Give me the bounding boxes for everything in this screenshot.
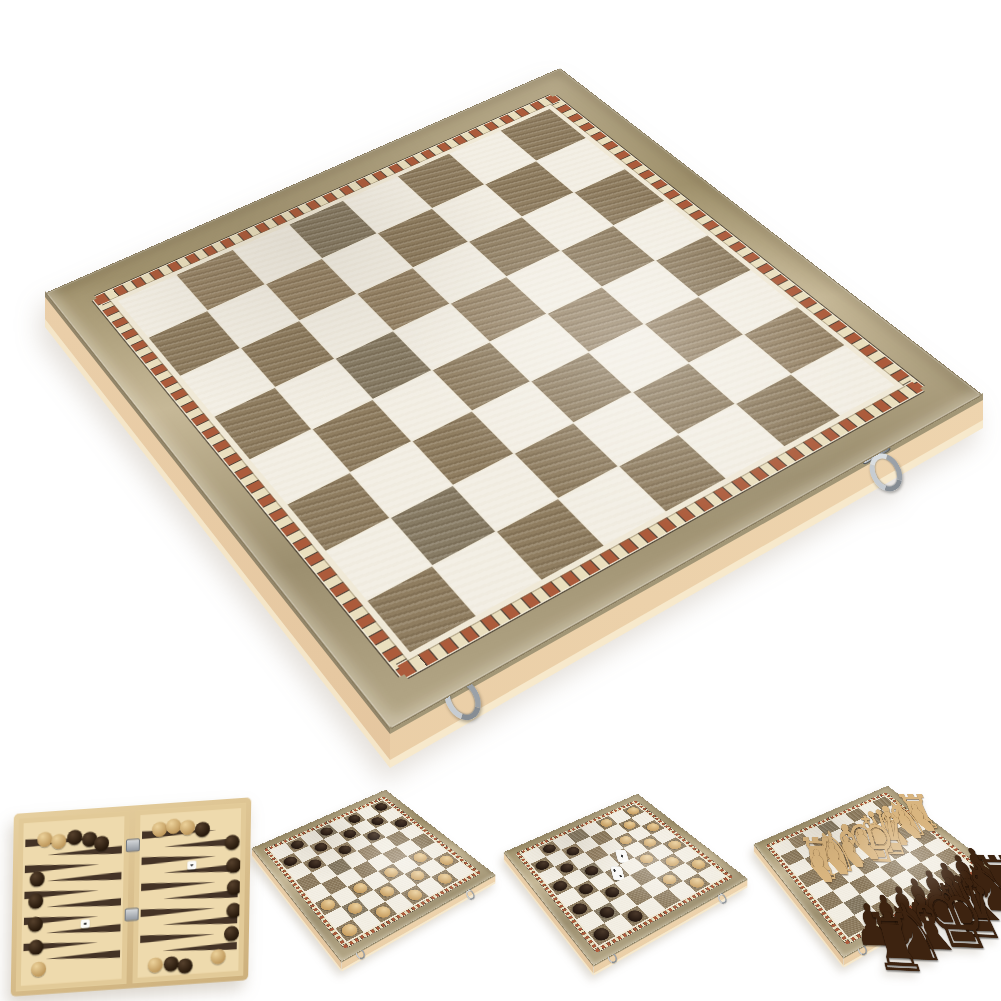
clasp-ring bbox=[606, 951, 619, 965]
square-c5 bbox=[850, 831, 874, 847]
square-b7 bbox=[485, 162, 573, 217]
square-e8 bbox=[662, 837, 687, 853]
backgammon-checker-dark bbox=[226, 902, 241, 918]
square-g2 bbox=[594, 902, 621, 923]
board-left-side-edge bbox=[742, 768, 1001, 1001]
chess-white-p: ♟ bbox=[858, 820, 901, 857]
board-left-side-edge bbox=[492, 776, 752, 1001]
square-g3: ♟ bbox=[860, 886, 887, 906]
board-left-side-edge bbox=[742, 768, 1001, 1001]
square-g3 bbox=[358, 890, 385, 910]
light-reflection bbox=[754, 786, 998, 958]
checker-dark bbox=[312, 841, 329, 853]
clasp-ring bbox=[464, 888, 476, 901]
square-b4 bbox=[323, 234, 412, 294]
square-h5 bbox=[620, 435, 725, 511]
square-d1 bbox=[296, 873, 321, 891]
square-g7 bbox=[419, 859, 445, 877]
square-c3 bbox=[318, 849, 342, 866]
square-a6: ♝ bbox=[845, 808, 867, 822]
square-d8 bbox=[902, 820, 926, 835]
square-g4 bbox=[374, 882, 401, 901]
square-f4 bbox=[473, 381, 573, 452]
square-h7: ♞ bbox=[933, 865, 960, 884]
chess-white-b: ♝ bbox=[824, 821, 877, 870]
square-a1: ♜ bbox=[773, 840, 796, 856]
chess-white-p: ♟ bbox=[815, 840, 855, 880]
square-c2 bbox=[805, 852, 829, 869]
checker-dark bbox=[289, 839, 306, 851]
square-c8 bbox=[891, 812, 914, 827]
square-h8: ♜ bbox=[948, 858, 975, 876]
backgammon-checker-light bbox=[51, 833, 66, 849]
square-f3 bbox=[849, 875, 875, 894]
square-d6 bbox=[372, 837, 396, 853]
mosaic-inlay-border bbox=[94, 295, 415, 677]
light-reflection bbox=[504, 794, 748, 966]
backgammon-point bbox=[141, 878, 216, 891]
checker-dark bbox=[541, 843, 558, 855]
square-a7: ♞ bbox=[859, 802, 881, 816]
square-g7 bbox=[671, 863, 697, 881]
square-a4 bbox=[290, 201, 377, 258]
square-c8 bbox=[389, 816, 412, 831]
backgammon-checker-dark bbox=[227, 879, 242, 895]
checker-light bbox=[644, 822, 661, 833]
square-g2 bbox=[342, 898, 369, 919]
square-c5 bbox=[348, 835, 372, 851]
square-e4 bbox=[605, 865, 630, 883]
square-h2 bbox=[433, 532, 541, 615]
square-c4 bbox=[835, 838, 859, 854]
backgammon-half-left bbox=[16, 811, 130, 991]
thumbnail-backgammon-scene bbox=[11, 797, 252, 996]
checker-light bbox=[373, 904, 394, 920]
square-g1 bbox=[325, 907, 352, 928]
board-left-side-edge bbox=[240, 772, 500, 1001]
square-g5 bbox=[389, 874, 416, 893]
mosaic-inlay-border bbox=[517, 801, 637, 855]
checker-dark bbox=[583, 864, 601, 877]
square-a2 bbox=[538, 841, 561, 857]
chess-black-p: ♟ bbox=[952, 845, 1001, 887]
square-b4: ♟ bbox=[826, 829, 849, 844]
square-h6 bbox=[668, 881, 695, 900]
square-d1 bbox=[798, 869, 823, 887]
checker-light bbox=[641, 837, 659, 849]
clasp-ring bbox=[354, 947, 367, 961]
square-d2 bbox=[276, 359, 372, 428]
chess-black-p: ♟ bbox=[879, 883, 931, 933]
checker-dark bbox=[597, 905, 617, 920]
square-b5 bbox=[378, 209, 467, 267]
square-d3 bbox=[829, 854, 854, 871]
square-g7: ♟ bbox=[921, 855, 947, 873]
square-d4 bbox=[595, 855, 620, 872]
square-e7 bbox=[899, 836, 924, 852]
chess-white-p: ♟ bbox=[800, 846, 839, 887]
square-c8 bbox=[575, 169, 665, 225]
square-h8 bbox=[446, 862, 473, 880]
square-b7 bbox=[366, 814, 389, 828]
playing-field bbox=[523, 804, 725, 945]
square-g1: ♟ bbox=[827, 903, 854, 924]
square-d3 bbox=[579, 862, 604, 879]
square-c2 bbox=[555, 860, 579, 877]
square-g4 bbox=[515, 423, 618, 498]
checker-light bbox=[351, 881, 370, 895]
square-a1 bbox=[271, 844, 294, 860]
square-b2 bbox=[294, 846, 318, 862]
checker-light bbox=[437, 854, 456, 867]
square-f5 bbox=[532, 353, 631, 422]
square-h3: ♝ bbox=[871, 898, 899, 919]
chess-white-k: ♚ bbox=[840, 812, 906, 870]
backgammon-checker-light bbox=[210, 949, 225, 965]
board-front-side-edge bbox=[742, 768, 1001, 1001]
square-h5 bbox=[653, 889, 680, 909]
square-f3 bbox=[599, 883, 625, 902]
square-f6 bbox=[645, 860, 671, 877]
checker-dark bbox=[336, 844, 354, 856]
checker-dark bbox=[603, 885, 622, 899]
board-front-side-edge bbox=[742, 768, 1001, 1001]
board-top-face bbox=[504, 794, 748, 966]
square-f1 bbox=[817, 891, 844, 911]
clasp-plate bbox=[853, 939, 864, 948]
square-f8 bbox=[674, 846, 699, 863]
square-c7 bbox=[628, 826, 651, 841]
square-b1 bbox=[279, 853, 303, 870]
checker-light bbox=[345, 901, 365, 916]
checker-dark bbox=[577, 882, 596, 896]
board-front-side-edge bbox=[492, 776, 752, 1001]
square-a8 bbox=[622, 804, 644, 817]
square-h1: ♜ bbox=[838, 915, 866, 937]
clasp-ring bbox=[856, 943, 869, 957]
chess-black-p: ♟ bbox=[847, 900, 897, 953]
square-h5 bbox=[401, 885, 428, 905]
square-b8: ♟ bbox=[882, 804, 905, 818]
chess-black-b: ♝ bbox=[939, 866, 1001, 929]
metal-clasp-right bbox=[853, 433, 915, 505]
die bbox=[188, 860, 197, 870]
square-f7 bbox=[910, 845, 935, 862]
square-a5 bbox=[330, 818, 353, 832]
square-f4 bbox=[865, 867, 891, 885]
square-d6 bbox=[507, 252, 600, 313]
square-d7 bbox=[638, 835, 662, 851]
square-e6 bbox=[884, 843, 909, 860]
square-a7 bbox=[357, 806, 379, 820]
square-h8 bbox=[698, 866, 725, 884]
square-b6 bbox=[433, 185, 521, 242]
square-c4 bbox=[585, 846, 609, 862]
backgammon-checker-dark bbox=[224, 834, 239, 850]
square-e4 bbox=[855, 857, 880, 875]
mosaic-inlay-border bbox=[634, 801, 732, 878]
playing-field bbox=[271, 800, 473, 941]
square-e8 bbox=[656, 235, 751, 296]
square-c2 bbox=[303, 856, 327, 873]
square-d8 bbox=[652, 828, 676, 843]
square-c7 bbox=[522, 193, 612, 250]
square-d3 bbox=[327, 858, 352, 875]
die bbox=[610, 866, 625, 880]
checker-light bbox=[666, 839, 684, 851]
square-b7: ♟ bbox=[868, 810, 891, 824]
square-h6 bbox=[416, 877, 443, 896]
square-d7 bbox=[386, 831, 410, 847]
square-b5 bbox=[590, 830, 613, 845]
square-e7 bbox=[649, 844, 674, 860]
square-d1 bbox=[215, 388, 311, 459]
square-c5 bbox=[414, 243, 505, 304]
checker-light bbox=[408, 869, 428, 883]
mosaic-inlay-border bbox=[264, 849, 348, 948]
board-front-side-edge bbox=[492, 776, 752, 1001]
square-c8 bbox=[641, 820, 664, 835]
backgammon-box bbox=[11, 797, 252, 996]
square-c3 bbox=[570, 853, 594, 870]
square-g2: ♟ bbox=[844, 894, 871, 915]
square-b4 bbox=[576, 837, 599, 852]
square-d7 bbox=[888, 827, 912, 843]
square-g1 bbox=[577, 911, 604, 932]
square-a6 bbox=[398, 154, 484, 208]
square-g5 bbox=[641, 878, 668, 897]
chess-black-p: ♟ bbox=[895, 875, 948, 923]
playing-field bbox=[118, 109, 895, 652]
square-b8 bbox=[537, 139, 624, 193]
checker-light bbox=[598, 818, 615, 828]
chess-white-b: ♝ bbox=[865, 803, 920, 848]
checker-dark bbox=[318, 826, 335, 837]
square-f5 bbox=[880, 860, 906, 878]
square-a5: ♛ bbox=[832, 814, 855, 828]
checker-dark bbox=[564, 845, 581, 857]
square-c1 bbox=[181, 349, 275, 417]
checker-light bbox=[637, 853, 655, 865]
wood-frame bbox=[754, 786, 998, 958]
backgammon-point bbox=[46, 898, 121, 911]
mosaic-inlay-border bbox=[95, 95, 558, 304]
square-d4 bbox=[395, 304, 489, 369]
board-left-side-edge bbox=[742, 768, 1001, 1001]
backgammon-point bbox=[45, 950, 120, 963]
square-g4 bbox=[626, 886, 653, 905]
checker-dark bbox=[369, 816, 386, 827]
backgammon-half-right bbox=[132, 803, 246, 983]
square-f3 bbox=[413, 411, 514, 484]
square-a6 bbox=[343, 812, 365, 826]
square-d8 bbox=[614, 202, 706, 260]
square-a3 bbox=[553, 834, 576, 849]
square-g3 bbox=[610, 894, 637, 914]
square-b4 bbox=[324, 833, 347, 848]
clasp-ring bbox=[716, 892, 728, 905]
square-d5 bbox=[609, 848, 633, 864]
square-a3: ♝ bbox=[803, 826, 826, 841]
checker-light bbox=[318, 897, 338, 912]
square-e7 bbox=[602, 261, 697, 323]
square-c1 bbox=[287, 863, 311, 881]
checker-dark bbox=[625, 908, 646, 924]
chess-black-p: ♟ bbox=[864, 891, 915, 942]
checker-dark bbox=[534, 859, 552, 871]
square-h4 bbox=[559, 467, 665, 545]
metal-clasp-right bbox=[964, 881, 980, 900]
square-f5 bbox=[378, 864, 404, 882]
chess-black-p: ♟ bbox=[924, 860, 979, 905]
square-f7 bbox=[408, 849, 433, 866]
square-h3 bbox=[369, 902, 397, 923]
square-h7 bbox=[683, 873, 710, 892]
chess-white-r: ♜ bbox=[891, 791, 948, 834]
square-a8 bbox=[370, 800, 392, 813]
thumbnail-checkers-dice-scene bbox=[492, 776, 752, 1001]
square-h5: ♛ bbox=[903, 881, 930, 901]
board-front-side-edge bbox=[240, 772, 500, 1001]
square-c1 bbox=[539, 867, 563, 885]
square-c7 bbox=[878, 818, 901, 833]
backgammon-checker-light bbox=[31, 961, 46, 977]
square-f6 bbox=[393, 856, 419, 873]
die bbox=[615, 849, 630, 862]
square-d3 bbox=[336, 331, 431, 398]
chess-black-r: ♜ bbox=[967, 851, 1001, 910]
checker-light bbox=[689, 858, 708, 871]
backgammon-checker-dark bbox=[178, 958, 193, 974]
square-b5: ♟ bbox=[840, 822, 863, 837]
square-d8 bbox=[400, 824, 424, 839]
square-e1 bbox=[807, 880, 833, 899]
square-e2 bbox=[321, 876, 347, 895]
square-f2 bbox=[331, 887, 357, 907]
board-left-side-edge bbox=[240, 772, 500, 1001]
square-f4 bbox=[615, 875, 641, 893]
square-a1 bbox=[523, 848, 546, 864]
board-top-face: ♜♟♟♜♞♟♟♞♝♟♟♝♛♟♟♛♚♟♟♚♝♟♟♝♞♟♟♞♜♟♟♜ bbox=[754, 786, 998, 958]
square-e1 bbox=[250, 429, 349, 503]
square-g8 bbox=[685, 856, 711, 873]
mosaic-inlay-border bbox=[766, 845, 850, 944]
square-f7 bbox=[645, 297, 743, 362]
square-d5 bbox=[859, 840, 883, 856]
metal-clasp-bottom bbox=[602, 946, 622, 969]
metal-clasp-right bbox=[462, 885, 478, 904]
backgammon-point bbox=[140, 930, 215, 943]
board-front-side-edge bbox=[240, 772, 500, 1001]
square-h1 bbox=[336, 919, 364, 941]
square-b3 bbox=[309, 839, 332, 855]
square-a4 bbox=[315, 824, 338, 839]
chess-black-p: ♟ bbox=[939, 852, 994, 896]
board-front-side-edge bbox=[492, 776, 752, 1001]
square-b1 bbox=[531, 857, 555, 874]
chess-black-n: ♞ bbox=[953, 858, 1001, 919]
clasp-ring bbox=[863, 448, 909, 498]
square-c2 bbox=[241, 321, 334, 387]
square-d1 bbox=[548, 877, 573, 895]
square-a1 bbox=[118, 275, 207, 337]
backgammon-checker-dark bbox=[28, 916, 43, 932]
square-e1 bbox=[305, 884, 331, 903]
square-c6 bbox=[362, 829, 386, 844]
square-d2 bbox=[814, 861, 839, 879]
square-e6 bbox=[382, 847, 407, 864]
square-e1 bbox=[557, 888, 583, 907]
chess-white-p: ♟ bbox=[829, 833, 870, 872]
mosaic-inlay-border bbox=[397, 382, 923, 677]
chess-white-r: ♜ bbox=[795, 834, 845, 886]
checker-light bbox=[663, 855, 682, 868]
square-a8 bbox=[501, 109, 586, 161]
square-a4: ♚ bbox=[817, 820, 840, 835]
board-left-side-edge bbox=[492, 776, 752, 1001]
mosaic-inlay-border bbox=[767, 793, 887, 847]
square-g8: ♟ bbox=[935, 848, 961, 865]
square-d7 bbox=[561, 226, 654, 286]
checker-dark bbox=[306, 858, 324, 871]
board-left-side-edge bbox=[492, 776, 752, 1001]
checker-light bbox=[621, 820, 638, 831]
square-c4 bbox=[358, 268, 450, 330]
backgammon-checker-dark bbox=[224, 925, 239, 941]
square-h3 bbox=[497, 499, 604, 580]
square-e3 bbox=[373, 370, 471, 440]
square-b5 bbox=[338, 826, 361, 841]
metal-hinge bbox=[126, 838, 140, 852]
square-b3: ♟ bbox=[811, 835, 834, 851]
chess-black-p: ♟ bbox=[910, 867, 964, 914]
square-c3 bbox=[820, 845, 844, 862]
mosaic-inlay-border bbox=[382, 797, 480, 874]
square-g7 bbox=[689, 335, 790, 403]
square-c7 bbox=[376, 822, 399, 837]
mosaic-inlay-border bbox=[884, 793, 982, 870]
square-g8 bbox=[744, 307, 844, 373]
square-h4 bbox=[637, 897, 665, 917]
square-a4 bbox=[567, 828, 590, 843]
square-a2: ♞ bbox=[788, 833, 811, 849]
square-h4: ♚ bbox=[887, 889, 915, 909]
light-reflection bbox=[252, 790, 496, 962]
backgammon-checker-dark bbox=[30, 871, 45, 887]
checker-light bbox=[405, 888, 425, 903]
square-e6 bbox=[547, 287, 643, 351]
square-e8 bbox=[410, 833, 435, 849]
square-g6 bbox=[656, 871, 682, 889]
checker-light bbox=[687, 876, 707, 890]
chess-white-p: ♟ bbox=[844, 826, 886, 864]
square-f8 bbox=[699, 270, 796, 333]
playing-field: ♜♟♟♜♞♟♟♞♝♟♟♝♛♟♟♛♚♟♟♚♝♟♟♝♞♟♟♞♜♟♟♜ bbox=[773, 796, 975, 937]
die bbox=[80, 919, 89, 929]
thumbnail-checkers-scene bbox=[240, 772, 500, 1001]
square-f4 bbox=[363, 871, 389, 889]
square-d6 bbox=[624, 841, 648, 857]
wood-frame bbox=[252, 790, 496, 962]
wood-frame bbox=[504, 794, 748, 966]
backgammon-checker-dark bbox=[226, 857, 241, 873]
square-g2 bbox=[391, 486, 495, 565]
clasp-plate bbox=[603, 947, 614, 956]
square-a5 bbox=[582, 822, 605, 836]
square-c4 bbox=[333, 842, 357, 858]
square-a8: ♜ bbox=[872, 796, 894, 809]
chess-white-p: ♟ bbox=[871, 814, 914, 850]
